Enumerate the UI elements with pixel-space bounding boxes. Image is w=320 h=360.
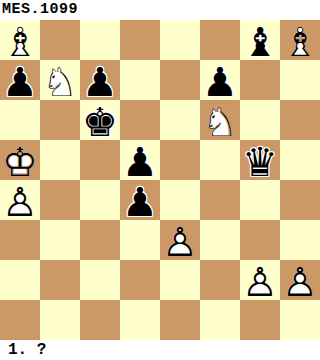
square-e6[interactable] xyxy=(160,100,200,140)
square-d4[interactable]: ♟ xyxy=(120,180,160,220)
square-h1[interactable] xyxy=(280,300,320,340)
piece-outline-layer: ♙ xyxy=(160,220,200,260)
white-knight: ♞♘ xyxy=(40,60,80,100)
square-g4[interactable] xyxy=(240,180,280,220)
piece-outline-layer: ♗ xyxy=(280,20,320,60)
white-bishop: ♝♗ xyxy=(0,20,40,60)
square-a8[interactable]: ♝♗ xyxy=(0,20,40,60)
square-b7[interactable]: ♞♘ xyxy=(40,60,80,100)
square-b3[interactable] xyxy=(40,220,80,260)
square-b1[interactable] xyxy=(40,300,80,340)
square-e2[interactable] xyxy=(160,260,200,300)
piece-outline-layer: ♘ xyxy=(40,60,80,100)
square-f5[interactable] xyxy=(200,140,240,180)
piece-outline-layer: ♙ xyxy=(240,260,280,300)
square-g6[interactable] xyxy=(240,100,280,140)
square-f4[interactable] xyxy=(200,180,240,220)
square-c4[interactable] xyxy=(80,180,120,220)
chess-puzzle-page: MES.1099 ♝♗♝♝♗♟♞♘♟♟♚♞♘♚♔♟♛♟♙♟♟♙♟♙♟♙ 1. ? xyxy=(0,0,320,360)
square-c3[interactable] xyxy=(80,220,120,260)
white-knight: ♞♘ xyxy=(200,100,240,140)
square-g5[interactable]: ♛ xyxy=(240,140,280,180)
square-h2[interactable]: ♟♙ xyxy=(280,260,320,300)
piece-outline-layer: ♔ xyxy=(0,140,40,180)
white-pawn: ♟♙ xyxy=(240,260,280,300)
square-a1[interactable] xyxy=(0,300,40,340)
white-bishop: ♝♗ xyxy=(280,20,320,60)
square-a2[interactable] xyxy=(0,260,40,300)
piece-outline-layer: ♙ xyxy=(0,180,40,220)
square-f7[interactable]: ♟ xyxy=(200,60,240,100)
white-pawn: ♟♙ xyxy=(280,260,320,300)
square-c8[interactable] xyxy=(80,20,120,60)
black-bishop: ♝ xyxy=(240,20,280,60)
black-king: ♚ xyxy=(80,100,120,140)
puzzle-id: MES.1099 xyxy=(0,0,320,20)
square-b6[interactable] xyxy=(40,100,80,140)
square-f3[interactable] xyxy=(200,220,240,260)
square-c6[interactable]: ♚ xyxy=(80,100,120,140)
piece-outline-layer: ♘ xyxy=(200,100,240,140)
square-b8[interactable] xyxy=(40,20,80,60)
square-a7[interactable]: ♟ xyxy=(0,60,40,100)
square-h3[interactable] xyxy=(280,220,320,260)
square-e3[interactable]: ♟♙ xyxy=(160,220,200,260)
square-e4[interactable] xyxy=(160,180,200,220)
square-e1[interactable] xyxy=(160,300,200,340)
square-d5[interactable]: ♟ xyxy=(120,140,160,180)
square-g8[interactable]: ♝ xyxy=(240,20,280,60)
square-b2[interactable] xyxy=(40,260,80,300)
square-g1[interactable] xyxy=(240,300,280,340)
piece-outline-layer: ♙ xyxy=(280,260,320,300)
square-g3[interactable] xyxy=(240,220,280,260)
square-h8[interactable]: ♝♗ xyxy=(280,20,320,60)
square-d6[interactable] xyxy=(120,100,160,140)
square-c2[interactable] xyxy=(80,260,120,300)
square-c7[interactable]: ♟ xyxy=(80,60,120,100)
square-b5[interactable] xyxy=(40,140,80,180)
square-d8[interactable] xyxy=(120,20,160,60)
square-e8[interactable] xyxy=(160,20,200,60)
square-f1[interactable] xyxy=(200,300,240,340)
black-pawn: ♟ xyxy=(0,60,40,100)
black-pawn: ♟ xyxy=(80,60,120,100)
white-pawn: ♟♙ xyxy=(0,180,40,220)
square-d3[interactable] xyxy=(120,220,160,260)
square-d7[interactable] xyxy=(120,60,160,100)
square-c1[interactable] xyxy=(80,300,120,340)
piece-outline-layer: ♗ xyxy=(0,20,40,60)
move-prompt: 1. ? xyxy=(0,340,320,360)
square-g7[interactable] xyxy=(240,60,280,100)
square-f6[interactable]: ♞♘ xyxy=(200,100,240,140)
square-g2[interactable]: ♟♙ xyxy=(240,260,280,300)
chess-board: ♝♗♝♝♗♟♞♘♟♟♚♞♘♚♔♟♛♟♙♟♟♙♟♙♟♙ xyxy=(0,20,320,340)
square-f8[interactable] xyxy=(200,20,240,60)
black-pawn: ♟ xyxy=(120,180,160,220)
square-h5[interactable] xyxy=(280,140,320,180)
square-d2[interactable] xyxy=(120,260,160,300)
square-a4[interactable]: ♟♙ xyxy=(0,180,40,220)
square-a6[interactable] xyxy=(0,100,40,140)
square-e5[interactable] xyxy=(160,140,200,180)
black-pawn: ♟ xyxy=(120,140,160,180)
square-b4[interactable] xyxy=(40,180,80,220)
square-f2[interactable] xyxy=(200,260,240,300)
square-h6[interactable] xyxy=(280,100,320,140)
black-queen: ♛ xyxy=(240,140,280,180)
black-pawn: ♟ xyxy=(200,60,240,100)
square-c5[interactable] xyxy=(80,140,120,180)
square-a3[interactable] xyxy=(0,220,40,260)
square-e7[interactable] xyxy=(160,60,200,100)
square-a5[interactable]: ♚♔ xyxy=(0,140,40,180)
square-d1[interactable] xyxy=(120,300,160,340)
square-h4[interactable] xyxy=(280,180,320,220)
white-pawn: ♟♙ xyxy=(160,220,200,260)
white-king: ♚♔ xyxy=(0,140,40,180)
square-h7[interactable] xyxy=(280,60,320,100)
